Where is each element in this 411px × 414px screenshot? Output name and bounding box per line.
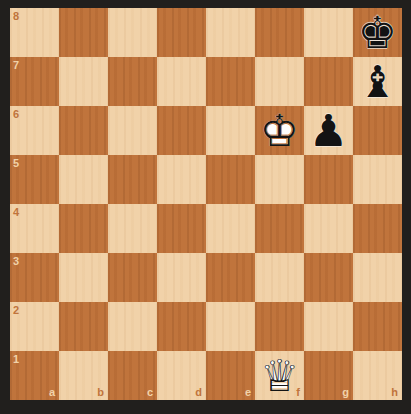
square-e7[interactable] [206, 57, 255, 106]
file-label-d: d [195, 387, 202, 398]
square-b4[interactable] [59, 204, 108, 253]
rank-label-3: 3 [13, 256, 19, 267]
square-h7[interactable]: ♝ [353, 57, 402, 106]
square-g1[interactable]: g [304, 351, 353, 400]
square-b3[interactable] [59, 253, 108, 302]
square-a1[interactable]: 1a [10, 351, 59, 400]
square-g8[interactable] [304, 8, 353, 57]
square-c7[interactable] [108, 57, 157, 106]
square-e5[interactable] [206, 155, 255, 204]
square-e6[interactable] [206, 106, 255, 155]
square-e3[interactable] [206, 253, 255, 302]
square-h5[interactable] [353, 155, 402, 204]
square-a7[interactable]: 7 [10, 57, 59, 106]
square-d2[interactable] [157, 302, 206, 351]
square-a6[interactable]: 6 [10, 106, 59, 155]
square-c4[interactable] [108, 204, 157, 253]
square-h6[interactable] [353, 106, 402, 155]
square-c5[interactable] [108, 155, 157, 204]
piece-black-bishop[interactable]: ♝ [353, 57, 402, 106]
square-h2[interactable] [353, 302, 402, 351]
square-g3[interactable] [304, 253, 353, 302]
file-label-g: g [342, 387, 349, 398]
square-d5[interactable] [157, 155, 206, 204]
square-c6[interactable] [108, 106, 157, 155]
square-a2[interactable]: 2 [10, 302, 59, 351]
square-c3[interactable] [108, 253, 157, 302]
piece-white-king[interactable]: ♚♔ [255, 106, 304, 155]
chess-board: 8♚7♝6♚♔♟54321abcdef♛♕gh [10, 8, 402, 400]
square-a4[interactable]: 4 [10, 204, 59, 253]
square-g4[interactable] [304, 204, 353, 253]
square-b7[interactable] [59, 57, 108, 106]
square-a5[interactable]: 5 [10, 155, 59, 204]
square-e1[interactable]: e [206, 351, 255, 400]
rank-label-8: 8 [13, 11, 19, 22]
square-d7[interactable] [157, 57, 206, 106]
square-h8[interactable]: ♚ [353, 8, 402, 57]
square-a3[interactable]: 3 [10, 253, 59, 302]
square-c1[interactable]: c [108, 351, 157, 400]
piece-black-pawn[interactable]: ♟ [304, 106, 353, 155]
square-f7[interactable] [255, 57, 304, 106]
square-d6[interactable] [157, 106, 206, 155]
rank-label-4: 4 [13, 207, 19, 218]
square-g7[interactable] [304, 57, 353, 106]
file-label-e: e [245, 387, 251, 398]
square-h4[interactable] [353, 204, 402, 253]
square-b8[interactable] [59, 8, 108, 57]
square-b1[interactable]: b [59, 351, 108, 400]
rank-label-6: 6 [13, 109, 19, 120]
square-e2[interactable] [206, 302, 255, 351]
square-f2[interactable] [255, 302, 304, 351]
square-f6[interactable]: ♚♔ [255, 106, 304, 155]
square-d4[interactable] [157, 204, 206, 253]
piece-black-king[interactable]: ♚ [353, 8, 402, 57]
square-g6[interactable]: ♟ [304, 106, 353, 155]
square-h1[interactable]: h [353, 351, 402, 400]
square-f5[interactable] [255, 155, 304, 204]
square-f1[interactable]: f♛♕ [255, 351, 304, 400]
square-f3[interactable] [255, 253, 304, 302]
square-e8[interactable] [206, 8, 255, 57]
file-label-c: c [147, 387, 153, 398]
square-c2[interactable] [108, 302, 157, 351]
rank-label-7: 7 [13, 60, 19, 71]
square-f4[interactable] [255, 204, 304, 253]
file-label-a: a [49, 387, 55, 398]
piece-white-queen[interactable]: ♛♕ [255, 351, 304, 400]
square-b5[interactable] [59, 155, 108, 204]
file-label-h: h [391, 387, 398, 398]
file-label-b: b [97, 387, 104, 398]
square-g5[interactable] [304, 155, 353, 204]
rank-label-2: 2 [13, 305, 19, 316]
square-a8[interactable]: 8 [10, 8, 59, 57]
square-b2[interactable] [59, 302, 108, 351]
square-d1[interactable]: d [157, 351, 206, 400]
square-b6[interactable] [59, 106, 108, 155]
square-g2[interactable] [304, 302, 353, 351]
rank-label-1: 1 [13, 354, 19, 365]
square-e4[interactable] [206, 204, 255, 253]
rank-label-5: 5 [13, 158, 19, 169]
square-f8[interactable] [255, 8, 304, 57]
square-d8[interactable] [157, 8, 206, 57]
square-d3[interactable] [157, 253, 206, 302]
square-c8[interactable] [108, 8, 157, 57]
square-h3[interactable] [353, 253, 402, 302]
